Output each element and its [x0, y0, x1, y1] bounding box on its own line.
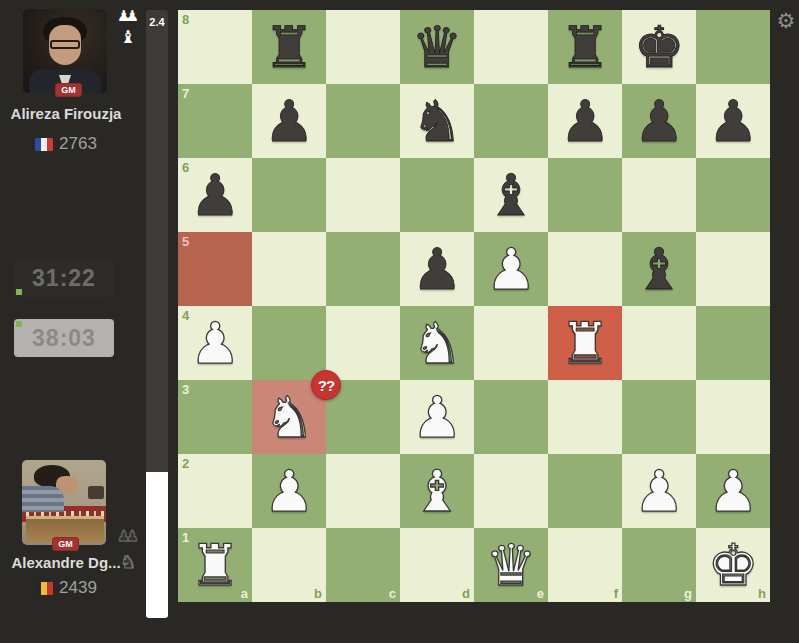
square-b6[interactable] — [252, 158, 326, 232]
blunder-badge: ?? — [311, 370, 341, 400]
file-label-e: e — [537, 587, 544, 600]
square-d2[interactable]: ♝ — [400, 454, 474, 528]
captured-bishop-icon-top: ♝ — [120, 28, 136, 46]
square-d1[interactable]: d — [400, 528, 474, 602]
player-name-bottom: Alexandre Dg... — [0, 554, 132, 571]
player-photo-top — [23, 9, 107, 93]
square-e3[interactable] — [474, 380, 548, 454]
piece-bQ-d8: ♛ — [400, 10, 474, 84]
evaluation-bar-white — [146, 472, 168, 618]
piece-wB-d2: ♝ — [400, 454, 474, 528]
square-b4[interactable] — [252, 306, 326, 380]
square-a3[interactable]: 3 — [178, 380, 252, 454]
france-flag-icon — [35, 138, 53, 151]
file-label-f: f — [614, 587, 618, 600]
player-photo-bottom — [22, 460, 106, 545]
square-h3[interactable] — [696, 380, 770, 454]
square-c1[interactable]: c — [326, 528, 400, 602]
square-a7[interactable]: 7 — [178, 84, 252, 158]
piece-wP-h2: ♟ — [696, 454, 770, 528]
piece-bN-d7: ♞ — [400, 84, 474, 158]
square-g8[interactable]: ♚ — [622, 10, 696, 84]
square-d3[interactable]: ♟ — [400, 380, 474, 454]
square-a6[interactable]: 6♟ — [178, 158, 252, 232]
clock-top-time: 31:22 — [32, 265, 96, 291]
square-c2[interactable] — [326, 454, 400, 528]
rank-label-3: 3 — [182, 383, 189, 396]
square-c6[interactable] — [326, 158, 400, 232]
chess-board[interactable]: 8♜♛♜♚7♟♞♟♟♟6♟♝5♟♟♝4♟♞♜3♞♟2♟♝♟♟1a♜bcde♛fg… — [178, 10, 770, 602]
piece-bR-f8: ♜ — [548, 10, 622, 84]
clock-indicator-bottom — [16, 321, 22, 327]
square-e4[interactable] — [474, 306, 548, 380]
piece-bK-g8: ♚ — [622, 10, 696, 84]
piece-bB-e6: ♝ — [474, 158, 548, 232]
clock-bottom: 38:03 — [14, 319, 114, 357]
square-h6[interactable] — [696, 158, 770, 232]
square-a1[interactable]: 1a♜ — [178, 528, 252, 602]
clock-indicator-top — [16, 289, 22, 295]
square-f2[interactable] — [548, 454, 622, 528]
gm-title-badge-top: GM — [55, 83, 82, 97]
piece-wP-g2: ♟ — [622, 454, 696, 528]
square-g2[interactable]: ♟ — [622, 454, 696, 528]
square-e2[interactable] — [474, 454, 548, 528]
square-c8[interactable] — [326, 10, 400, 84]
captured-pawns-icon-top: ♟♟ — [117, 9, 139, 24]
rank-label-7: 7 — [182, 87, 189, 100]
file-label-g: g — [684, 587, 692, 600]
piece-bP-b7: ♟ — [252, 84, 326, 158]
rank-label-1: 1 — [182, 531, 189, 544]
file-label-a: a — [241, 587, 248, 600]
piece-bR-b8: ♜ — [252, 10, 326, 84]
square-h1[interactable]: h♚ — [696, 528, 770, 602]
rank-label-6: 6 — [182, 161, 189, 174]
square-g6[interactable] — [622, 158, 696, 232]
piece-bB-g5: ♝ — [622, 232, 696, 306]
square-g3[interactable] — [622, 380, 696, 454]
rank-label-4: 4 — [182, 309, 189, 322]
square-h4[interactable] — [696, 306, 770, 380]
player-name-top: Alireza Firouzja — [0, 105, 132, 122]
captured-pawns-icon-bottom: ♟♟ — [117, 529, 139, 544]
settings-gear-icon[interactable]: ⚙ — [773, 8, 799, 34]
piece-wP-d3: ♟ — [400, 380, 474, 454]
square-d8[interactable]: ♛ — [400, 10, 474, 84]
rank-label-8: 8 — [182, 13, 189, 26]
file-label-d: d — [462, 587, 470, 600]
piece-bP-h7: ♟ — [696, 84, 770, 158]
gm-title-badge-bottom: GM — [52, 537, 79, 551]
square-a5[interactable]: 5 — [178, 232, 252, 306]
square-g1[interactable]: g — [622, 528, 696, 602]
square-g7[interactable]: ♟ — [622, 84, 696, 158]
photo-detail — [88, 486, 104, 499]
evaluation-bar: 2.4 — [146, 10, 168, 618]
square-b7[interactable]: ♟ — [252, 84, 326, 158]
file-label-c: c — [389, 587, 396, 600]
square-a8[interactable]: 8 — [178, 10, 252, 84]
square-f1[interactable]: f — [548, 528, 622, 602]
square-d4[interactable]: ♞ — [400, 306, 474, 380]
square-a2[interactable]: 2 — [178, 454, 252, 528]
file-label-h: h — [758, 587, 766, 600]
clock-top: 31:22 — [14, 259, 114, 297]
square-e7[interactable] — [474, 84, 548, 158]
player-rating-top: 2763 — [59, 134, 97, 154]
piece-bP-f7: ♟ — [548, 84, 622, 158]
square-c5[interactable] — [326, 232, 400, 306]
square-c4[interactable] — [326, 306, 400, 380]
piece-wN-d4: ♞ — [400, 306, 474, 380]
square-f5[interactable] — [548, 232, 622, 306]
square-e1[interactable]: e♛ — [474, 528, 548, 602]
square-c7[interactable] — [326, 84, 400, 158]
square-f3[interactable] — [548, 380, 622, 454]
belgium-flag-icon — [35, 582, 53, 595]
square-h7[interactable]: ♟ — [696, 84, 770, 158]
piece-wR-f4: ♜ — [548, 306, 622, 380]
player-meta-top: 2763 — [0, 134, 132, 154]
square-f6[interactable] — [548, 158, 622, 232]
square-h2[interactable]: ♟ — [696, 454, 770, 528]
photo-detail — [50, 40, 80, 49]
file-label-b: b — [314, 587, 322, 600]
square-e5[interactable]: ♟ — [474, 232, 548, 306]
square-d5[interactable]: ♟ — [400, 232, 474, 306]
rank-label-5: 5 — [182, 235, 189, 248]
square-e6[interactable]: ♝ — [474, 158, 548, 232]
player-rating-bottom: 2439 — [59, 578, 97, 598]
piece-wP-b2: ♟ — [252, 454, 326, 528]
square-f7[interactable]: ♟ — [548, 84, 622, 158]
square-e8[interactable] — [474, 10, 548, 84]
square-f8[interactable]: ♜ — [548, 10, 622, 84]
square-b8[interactable]: ♜ — [252, 10, 326, 84]
piece-bP-d5: ♟ — [400, 232, 474, 306]
player-meta-bottom: 2439 — [0, 578, 132, 598]
piece-wP-e5: ♟ — [474, 232, 548, 306]
square-b5[interactable] — [252, 232, 326, 306]
square-b2[interactable]: ♟ — [252, 454, 326, 528]
evaluation-value: 2.4 — [146, 16, 168, 28]
square-d7[interactable]: ♞ — [400, 84, 474, 158]
clock-bottom-time: 38:03 — [32, 325, 96, 351]
square-h5[interactable] — [696, 232, 770, 306]
sidebar: GM ♟♟ ♝ Alireza Firouzja 2763 31:22 38:0… — [0, 0, 146, 643]
square-d6[interactable] — [400, 158, 474, 232]
photo-detail — [22, 486, 64, 512]
rank-label-2: 2 — [182, 457, 189, 470]
square-a4[interactable]: 4♟ — [178, 306, 252, 380]
square-g5[interactable]: ♝ — [622, 232, 696, 306]
square-b1[interactable]: b — [252, 528, 326, 602]
square-g4[interactable] — [622, 306, 696, 380]
square-h8[interactable] — [696, 10, 770, 84]
square-f4[interactable]: ♜ — [548, 306, 622, 380]
piece-bP-g7: ♟ — [622, 84, 696, 158]
